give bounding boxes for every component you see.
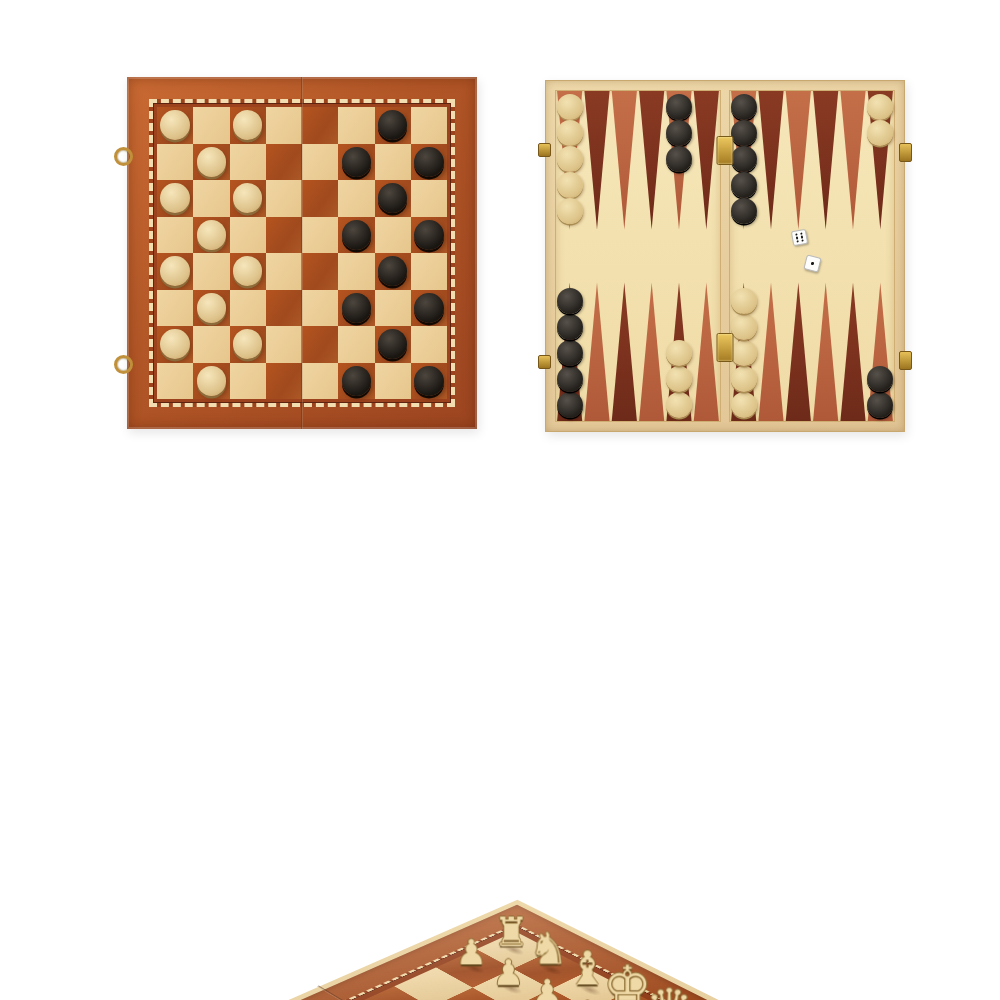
light-backgammon-checker	[557, 198, 583, 224]
checkers-square	[302, 363, 338, 400]
die-pip	[796, 236, 799, 239]
checkers-square	[302, 217, 338, 254]
checkers-square	[230, 217, 266, 254]
light-backgammon-checker	[867, 120, 893, 146]
backgammon-left-half	[555, 90, 721, 422]
checkers-square	[338, 107, 374, 144]
white-checker-piece	[197, 220, 227, 250]
white-checker-piece	[197, 147, 227, 177]
checkers-square	[338, 217, 374, 254]
die-pip	[802, 239, 805, 242]
light-backgammon-checker	[557, 94, 583, 120]
checkers-square	[302, 253, 338, 290]
white-checker-piece	[233, 329, 263, 359]
checkers-square	[411, 253, 447, 290]
dark-backgammon-checker	[731, 94, 757, 120]
light-backgammon-checker	[731, 314, 757, 340]
backgammon-point	[839, 91, 866, 230]
checkers-square	[338, 326, 374, 363]
checkers-square	[157, 290, 193, 327]
checkers-square	[193, 180, 229, 217]
die-pip	[800, 232, 803, 235]
latch-icon	[899, 143, 912, 162]
checkers-square	[230, 144, 266, 181]
backgammon-point	[638, 91, 665, 230]
checkers-square	[230, 253, 266, 290]
black-checker-piece	[414, 293, 444, 323]
checkers-square	[411, 144, 447, 181]
checkers-square	[193, 363, 229, 400]
checkers-square	[266, 290, 302, 327]
dark-backgammon-checker	[557, 366, 583, 392]
dark-backgammon-checker	[557, 340, 583, 366]
checkers-square	[157, 253, 193, 290]
dark-backgammon-checker	[557, 288, 583, 314]
dark-backgammon-checker	[731, 198, 757, 224]
checkers-square	[266, 144, 302, 181]
checkers-square	[302, 144, 338, 181]
die-pip	[795, 233, 798, 236]
checkers-frame	[127, 77, 477, 429]
checkers-square	[266, 326, 302, 363]
checkers-square	[411, 107, 447, 144]
chess-piece-glyph: ♟	[550, 996, 626, 1000]
dark-backgammon-checker	[557, 392, 583, 418]
black-checker-piece	[342, 366, 372, 396]
checkers-square	[266, 107, 302, 144]
white-checker-piece	[160, 110, 190, 140]
white-checker-piece	[233, 183, 263, 213]
dark-backgammon-checker	[666, 146, 692, 172]
chess-scene: ♜♞♝♚♛♝♞♜♟♟♟♟♟♟♟♟♟♟♟♟♟♟♟♟♜♞♝♚♛♝♞♜	[0, 430, 1000, 1000]
checkers-square	[375, 144, 411, 181]
white-checker-piece	[160, 183, 190, 213]
white-checker-piece	[160, 256, 190, 286]
checkers-square	[338, 363, 374, 400]
die-pip	[801, 235, 804, 238]
black-checker-piece	[414, 147, 444, 177]
checkers-square	[338, 144, 374, 181]
checkers-square	[411, 217, 447, 254]
light-backgammon-checker	[731, 288, 757, 314]
die-showing-6	[791, 228, 808, 245]
light-backgammon-checker	[666, 366, 692, 392]
checkers-square	[375, 217, 411, 254]
black-checker-piece	[342, 220, 372, 250]
checkers-square	[266, 253, 302, 290]
checkers-square	[411, 290, 447, 327]
backgammon-point	[757, 282, 784, 421]
checkers-square	[157, 144, 193, 181]
checkers-square	[193, 253, 229, 290]
dark-backgammon-checker	[731, 146, 757, 172]
checkers-square	[193, 326, 229, 363]
checkers-square	[338, 253, 374, 290]
black-checker-piece	[414, 220, 444, 250]
checkers-clasp-icon	[114, 355, 133, 374]
hinge-icon	[717, 333, 734, 362]
checkers-square	[230, 326, 266, 363]
checkers-square	[375, 290, 411, 327]
light-backgammon-checker	[731, 366, 757, 392]
latch-icon	[538, 355, 551, 369]
white-checker-piece	[197, 293, 227, 323]
checkers-square	[338, 180, 374, 217]
chess-piece-layer: ♜♞♝♚♛♝♞♜♟♟♟♟♟♟♟♟♟♟♟♟♟♟♟♟♜♞♝♚♛♝♞♜	[162, 932, 852, 1000]
checkers-square	[157, 217, 193, 254]
checkers-square	[266, 180, 302, 217]
checkers-square	[302, 326, 338, 363]
latch-icon	[899, 351, 912, 370]
dark-backgammon-checker	[666, 120, 692, 146]
checkers-square	[193, 217, 229, 254]
backgammon-point	[757, 91, 784, 230]
checkers-square	[157, 326, 193, 363]
black-checker-piece	[414, 366, 444, 396]
backgammon-point	[583, 91, 610, 230]
light-backgammon-checker	[666, 340, 692, 366]
checkers-square	[302, 107, 338, 144]
checkers-fold-line	[301, 77, 303, 429]
checkers-square	[411, 363, 447, 400]
white-checker-piece	[197, 366, 227, 396]
light-backgammon-checker	[557, 146, 583, 172]
white-checker-piece	[233, 256, 263, 286]
checkers-square	[302, 290, 338, 327]
backgammon-board	[545, 80, 905, 432]
white-checker-piece	[160, 329, 190, 359]
checkers-square	[411, 180, 447, 217]
backgammon-point	[839, 282, 866, 421]
checkers-square	[375, 363, 411, 400]
latch-icon	[538, 143, 551, 157]
backgammon-point	[785, 91, 812, 230]
light-backgammon-checker	[731, 392, 757, 418]
light-backgammon-checker	[557, 172, 583, 198]
checkers-square	[230, 180, 266, 217]
backgammon-right-half	[729, 90, 895, 422]
checkers-square	[230, 107, 266, 144]
die-showing-1	[804, 254, 822, 272]
black-checker-piece	[342, 147, 372, 177]
checkers-square	[375, 107, 411, 144]
light-backgammon-checker	[666, 392, 692, 418]
black-checker-piece	[378, 256, 408, 286]
light-backgammon-checker	[731, 340, 757, 366]
white-checker-piece	[233, 110, 263, 140]
checkers-square	[193, 107, 229, 144]
chess-piece-glyph: ♛	[631, 982, 707, 1000]
checkers-square	[230, 290, 266, 327]
checkers-square	[157, 363, 193, 400]
checkers-square	[375, 180, 411, 217]
checkers-square	[411, 326, 447, 363]
black-checker-piece	[378, 183, 408, 213]
die-pip	[796, 240, 799, 243]
backgammon-point	[638, 282, 665, 421]
checkers-square	[157, 107, 193, 144]
checkers-board	[127, 77, 477, 429]
backgammon-point	[583, 282, 610, 421]
black-checker-piece	[342, 293, 372, 323]
backgammon-point	[812, 91, 839, 230]
dark-backgammon-checker	[731, 172, 757, 198]
checkers-square	[375, 326, 411, 363]
checkers-square	[193, 144, 229, 181]
checkers-square	[193, 290, 229, 327]
black-checker-piece	[378, 329, 408, 359]
hinge-icon	[717, 136, 734, 165]
dark-backgammon-checker	[557, 314, 583, 340]
chess-board: ♜♞♝♚♛♝♞♜♟♟♟♟♟♟♟♟♟♟♟♟♟♟♟♟♜♞♝♚♛♝♞♜	[84, 900, 932, 1000]
checkers-square	[302, 180, 338, 217]
checkers-square	[375, 253, 411, 290]
backgammon-point	[785, 282, 812, 421]
die-pip	[811, 262, 814, 265]
checkers-square	[266, 363, 302, 400]
light-backgammon-checker	[557, 120, 583, 146]
backgammon-point	[611, 91, 638, 230]
dark-backgammon-checker	[666, 94, 692, 120]
checkers-square	[157, 180, 193, 217]
checkers-square	[266, 217, 302, 254]
black-checker-piece	[378, 110, 408, 140]
product-photo: ♜♞♝♚♛♝♞♜♟♟♟♟♟♟♟♟♟♟♟♟♟♟♟♟♜♞♝♚♛♝♞♜	[0, 0, 1000, 1000]
backgammon-point	[812, 282, 839, 421]
backgammon-point	[611, 282, 638, 421]
dark-backgammon-checker	[731, 120, 757, 146]
checkers-square	[338, 290, 374, 327]
checkers-square	[230, 363, 266, 400]
